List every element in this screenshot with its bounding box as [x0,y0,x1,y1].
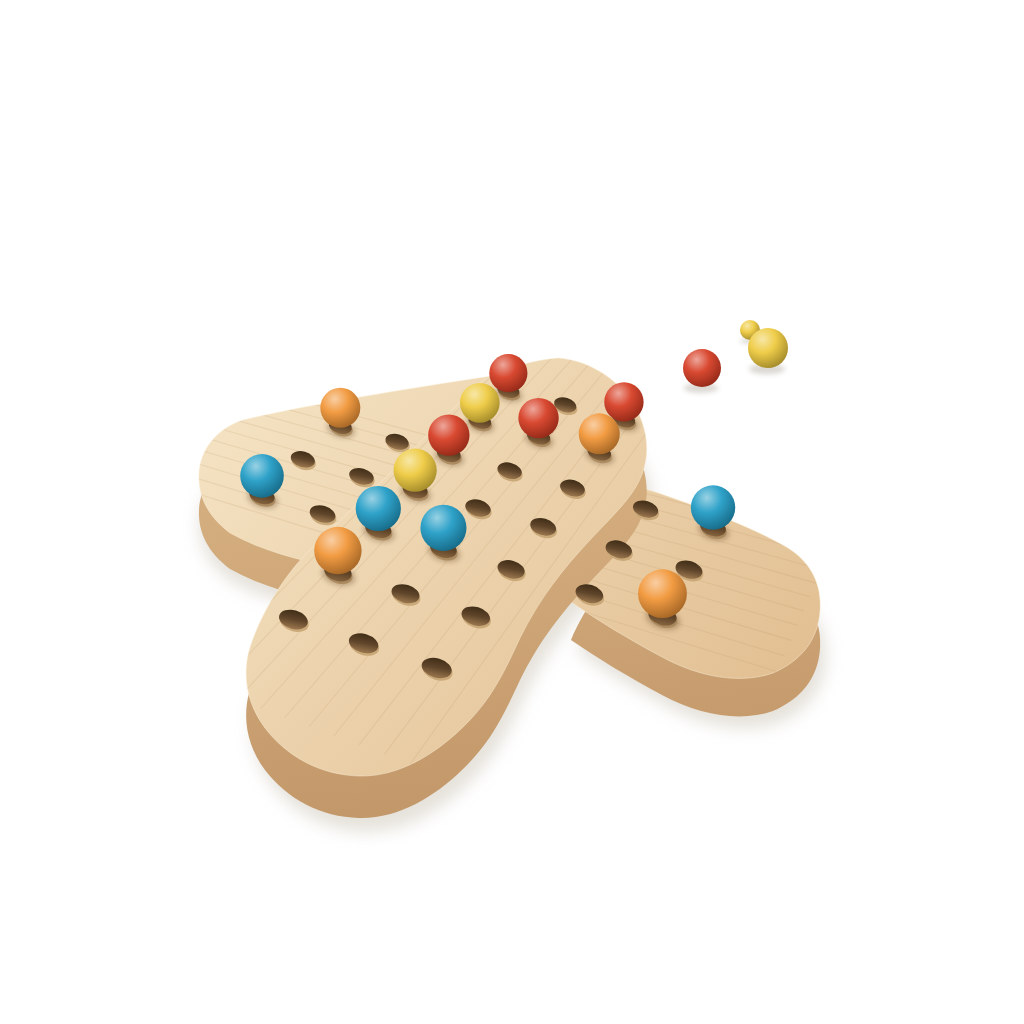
ball-sphere [460,383,500,423]
ball-sphere [683,349,721,387]
ball-sphere [691,485,735,529]
pegboard-photo [0,0,1024,1024]
ball-sphere [748,328,788,368]
ball-sphere [314,527,361,574]
ball-sphere [356,486,401,531]
ball-red-loose[interactable] [683,349,721,393]
ball-sphere [518,398,558,438]
ball-sphere [489,354,527,392]
ball-sphere [428,414,469,455]
ball-sphere [638,569,687,618]
product-photo-scene [0,0,1024,1024]
ball-sphere [579,413,620,454]
ball-sphere [604,382,643,421]
ball-sphere [420,505,466,551]
ball-sphere [394,449,437,492]
ball-sphere [320,388,360,428]
ball-sphere [240,454,284,498]
ball-yellow-loose[interactable] [748,328,788,374]
